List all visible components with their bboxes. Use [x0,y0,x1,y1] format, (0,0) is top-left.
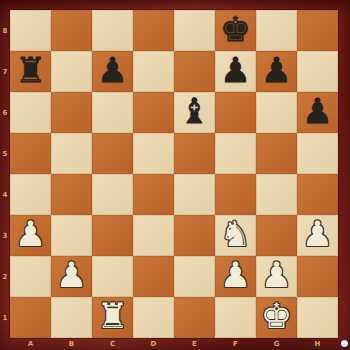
square-c5[interactable] [92,133,133,174]
square-e1[interactable] [174,297,215,338]
square-d3[interactable] [133,215,174,256]
file-label-g: G [256,338,297,350]
square-c1[interactable]: ♜ [92,297,133,338]
rank-label-4: 4 [0,174,10,215]
white-pawn[interactable]: ♟ [220,258,251,293]
square-b4[interactable] [51,174,92,215]
square-g5[interactable] [256,133,297,174]
file-label-d: D [133,338,174,350]
black-rook[interactable]: ♜ [15,53,46,88]
square-f1[interactable] [215,297,256,338]
square-c7[interactable]: ♟ [92,51,133,92]
black-pawn[interactable]: ♟ [97,53,128,88]
square-h6[interactable]: ♟ [297,92,338,133]
square-g2[interactable]: ♟ [256,256,297,297]
square-d1[interactable] [133,297,174,338]
square-f5[interactable] [215,133,256,174]
square-g3[interactable] [256,215,297,256]
chess-board: ♚♜♟♟♟♝♟♟♞♟♟♟♟♜♚ [10,10,338,338]
square-c2[interactable] [92,256,133,297]
black-pawn[interactable]: ♟ [302,94,333,129]
square-g8[interactable] [256,10,297,51]
white-rook[interactable]: ♜ [97,299,128,334]
file-label-f: F [215,338,256,350]
square-g7[interactable]: ♟ [256,51,297,92]
rank-label-1: 1 [0,297,10,338]
square-b8[interactable] [51,10,92,51]
square-f6[interactable] [215,92,256,133]
square-h2[interactable] [297,256,338,297]
square-d4[interactable] [133,174,174,215]
black-pawn[interactable]: ♟ [261,53,292,88]
square-b1[interactable] [51,297,92,338]
square-e4[interactable] [174,174,215,215]
square-h8[interactable] [297,10,338,51]
square-e8[interactable] [174,10,215,51]
white-pawn[interactable]: ♟ [56,258,87,293]
square-a7[interactable]: ♜ [10,51,51,92]
white-knight[interactable]: ♞ [220,217,251,252]
rank-label-8: 8 [0,10,10,51]
white-pawn[interactable]: ♟ [302,217,333,252]
file-label-h: H [297,338,338,350]
square-g1[interactable]: ♚ [256,297,297,338]
file-label-a: A [10,338,51,350]
square-c8[interactable] [92,10,133,51]
square-f4[interactable] [215,174,256,215]
file-label-c: C [92,338,133,350]
white-to-move-indicator [341,340,348,347]
square-a3[interactable]: ♟ [10,215,51,256]
square-g4[interactable] [256,174,297,215]
square-e6[interactable]: ♝ [174,92,215,133]
square-f2[interactable]: ♟ [215,256,256,297]
square-h4[interactable] [297,174,338,215]
square-a4[interactable] [10,174,51,215]
white-pawn[interactable]: ♟ [261,258,292,293]
square-b5[interactable] [51,133,92,174]
square-c3[interactable] [92,215,133,256]
rank-label-7: 7 [0,51,10,92]
black-king[interactable]: ♚ [220,12,251,47]
square-h7[interactable] [297,51,338,92]
rank-label-6: 6 [0,92,10,133]
square-b7[interactable] [51,51,92,92]
rank-label-5: 5 [0,133,10,174]
square-g6[interactable] [256,92,297,133]
square-h5[interactable] [297,133,338,174]
square-b3[interactable] [51,215,92,256]
white-king[interactable]: ♚ [261,299,292,334]
square-e2[interactable] [174,256,215,297]
square-d6[interactable] [133,92,174,133]
square-d7[interactable] [133,51,174,92]
white-pawn[interactable]: ♟ [15,217,46,252]
square-f7[interactable]: ♟ [215,51,256,92]
file-label-e: E [174,338,215,350]
rank-label-2: 2 [0,256,10,297]
square-e7[interactable] [174,51,215,92]
black-pawn[interactable]: ♟ [220,53,251,88]
square-h3[interactable]: ♟ [297,215,338,256]
black-bishop[interactable]: ♝ [179,94,210,129]
square-d5[interactable] [133,133,174,174]
square-f3[interactable]: ♞ [215,215,256,256]
square-a8[interactable] [10,10,51,51]
square-d8[interactable] [133,10,174,51]
square-c4[interactable] [92,174,133,215]
rank-label-3: 3 [0,215,10,256]
square-c6[interactable] [92,92,133,133]
square-a2[interactable] [10,256,51,297]
square-e5[interactable] [174,133,215,174]
file-label-b: B [51,338,92,350]
chess-board-frame: ♚♜♟♟♟♝♟♟♞♟♟♟♟♜♚ 87654321 ABCDEFGH [0,0,350,350]
square-b2[interactable]: ♟ [51,256,92,297]
square-f8[interactable]: ♚ [215,10,256,51]
square-a5[interactable] [10,133,51,174]
square-h1[interactable] [297,297,338,338]
square-a1[interactable] [10,297,51,338]
square-b6[interactable] [51,92,92,133]
square-e3[interactable] [174,215,215,256]
square-a6[interactable] [10,92,51,133]
square-d2[interactable] [133,256,174,297]
